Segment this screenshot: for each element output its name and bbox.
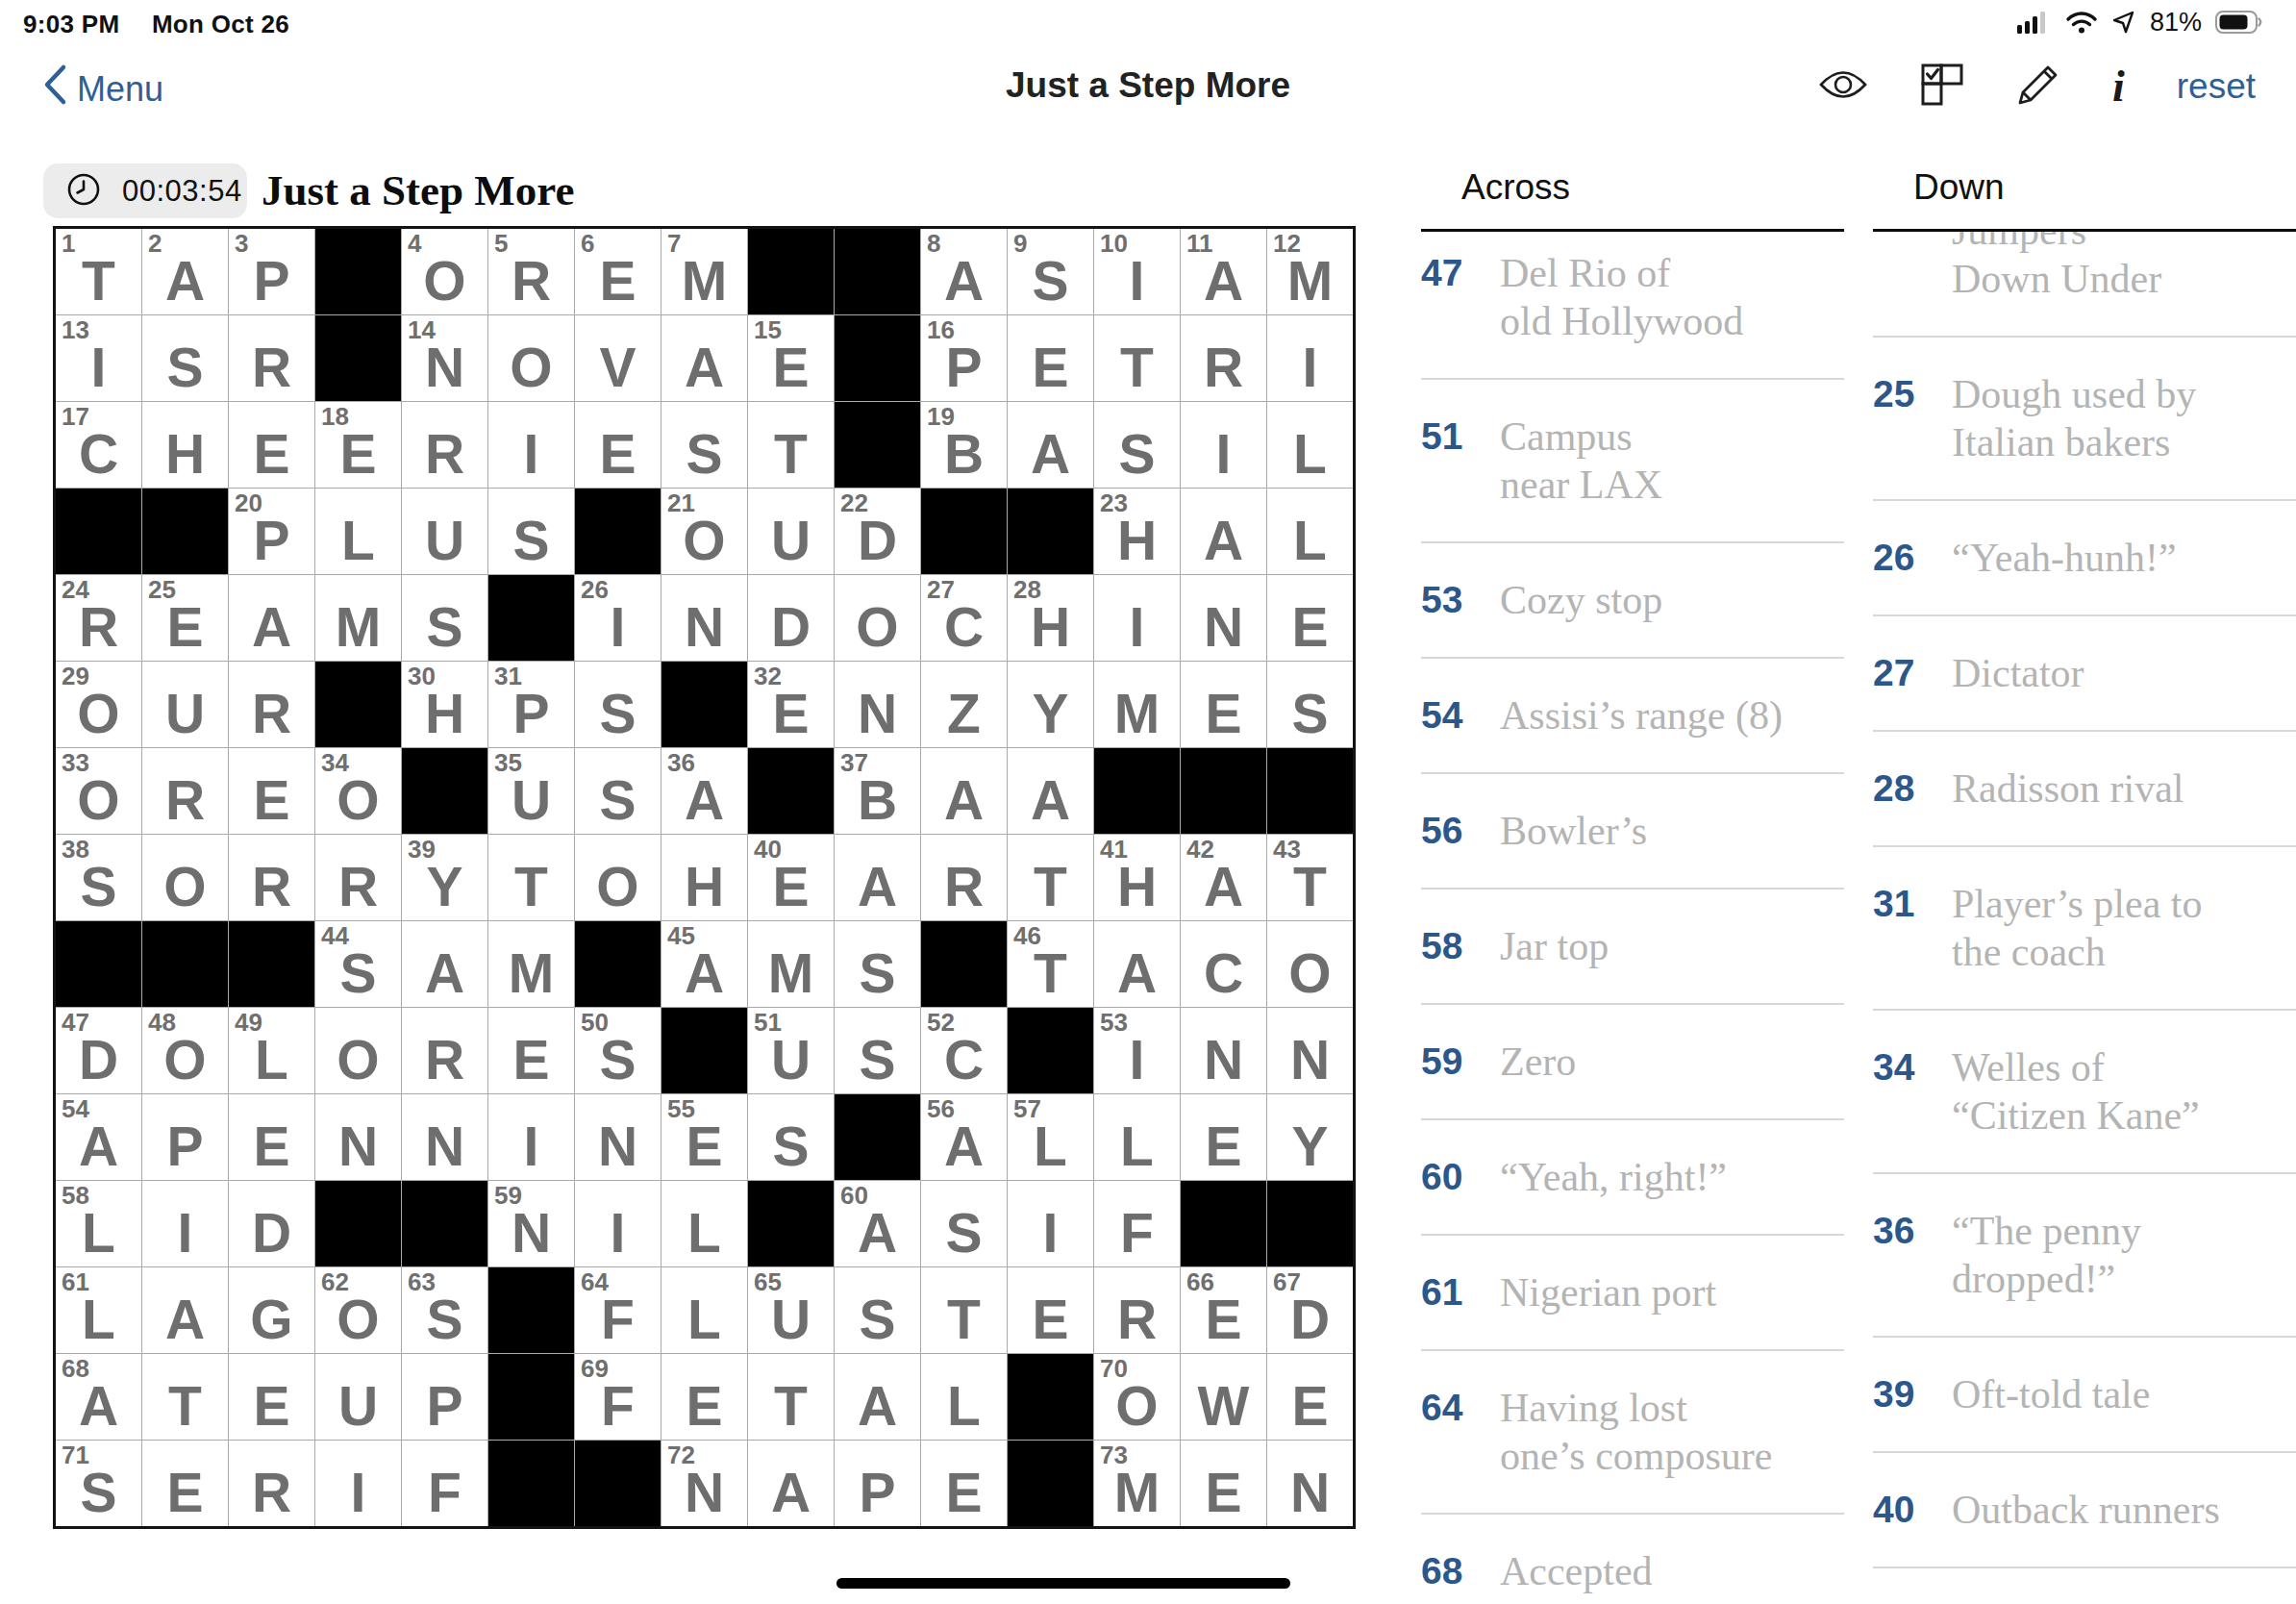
info-button[interactable]: i bbox=[2112, 64, 2125, 109]
grid-cell[interactable]: 10I bbox=[1094, 229, 1180, 314]
cell-letter: I bbox=[1094, 1031, 1180, 1089]
check-button[interactable] bbox=[1920, 63, 1964, 111]
grid-cell[interactable]: C bbox=[1181, 921, 1266, 1007]
grid-cell[interactable]: V bbox=[575, 315, 661, 401]
grid-cell[interactable]: 51U bbox=[748, 1008, 834, 1093]
grid-cell[interactable]: 36A bbox=[661, 748, 747, 834]
black-cell bbox=[748, 229, 834, 314]
grid-cell[interactable]: 30H bbox=[402, 662, 487, 747]
grid-cell[interactable]: 6E bbox=[575, 229, 661, 314]
black-cell bbox=[1008, 1354, 1093, 1440]
grid-cell[interactable]: S bbox=[1094, 402, 1180, 488]
grid-cell[interactable]: R bbox=[142, 748, 228, 834]
grid-cell[interactable]: M bbox=[748, 921, 834, 1007]
cell-letter: S bbox=[56, 858, 141, 915]
black-cell bbox=[575, 1441, 661, 1526]
grid-cell[interactable]: 73M bbox=[1094, 1441, 1180, 1526]
grid-cell[interactable]: A bbox=[661, 315, 747, 401]
grid-cell[interactable]: 66E bbox=[1181, 1267, 1266, 1353]
cell-letter: L bbox=[661, 1204, 747, 1262]
grid-cell[interactable]: 47D bbox=[56, 1008, 141, 1093]
grid-cell[interactable]: A bbox=[748, 1441, 834, 1526]
grid-cell[interactable]: T bbox=[921, 1267, 1007, 1353]
grid-cell[interactable]: A bbox=[1094, 921, 1180, 1007]
cell-letter: P bbox=[229, 252, 314, 310]
grid-cell[interactable]: 17C bbox=[56, 402, 141, 488]
grid-cell[interactable]: N bbox=[1267, 1441, 1353, 1526]
grid-cell[interactable]: 31P bbox=[488, 662, 574, 747]
grid-cell[interactable]: E bbox=[661, 1354, 747, 1440]
grid-cell[interactable]: 14N bbox=[402, 315, 487, 401]
black-cell bbox=[921, 489, 1007, 574]
grid-cell[interactable]: R bbox=[229, 315, 314, 401]
cell-letter: R bbox=[1094, 1291, 1180, 1348]
grid-cell[interactable]: R bbox=[921, 835, 1007, 920]
cell-letter: L bbox=[56, 1204, 141, 1262]
cell-letter: O bbox=[488, 338, 574, 396]
grid-cell[interactable]: Y bbox=[1267, 1094, 1353, 1180]
grid-cell[interactable]: 12M bbox=[1267, 229, 1353, 314]
grid-cell[interactable]: 20P bbox=[229, 489, 314, 574]
cell-letter: N bbox=[402, 1117, 487, 1175]
black-cell bbox=[835, 315, 920, 401]
clue-item[interactable]: 51Campusnear LAX bbox=[1421, 380, 1844, 543]
cell-letter: L bbox=[661, 1291, 747, 1348]
grid-cell[interactable]: R bbox=[229, 1441, 314, 1526]
grid-cell[interactable]: O bbox=[142, 835, 228, 920]
grid-cell[interactable]: 4O bbox=[402, 229, 487, 314]
timer-value: 00:03:54 bbox=[122, 174, 242, 209]
status-bar: 9:03 PM Mon Oct 26 81% bbox=[0, 0, 2296, 40]
clue-item[interactable]: 27Dictator bbox=[1873, 616, 2296, 732]
grid-cell[interactable]: 35U bbox=[488, 748, 574, 834]
clue-item[interactable]: 31Player’s plea tothe coach bbox=[1873, 847, 2296, 1011]
grid-cell[interactable]: 5R bbox=[488, 229, 574, 314]
cell-letter: U bbox=[748, 512, 834, 569]
reveal-button[interactable] bbox=[1818, 66, 1868, 107]
cell-letter: A bbox=[1181, 512, 1266, 569]
grid-cell[interactable]: 38S bbox=[56, 835, 141, 920]
clue-text: Del Rio ofold Hollywood bbox=[1500, 249, 1743, 345]
cell-letter: H bbox=[1008, 598, 1093, 656]
grid-cell[interactable]: L bbox=[315, 489, 401, 574]
grid-cell[interactable]: 1T bbox=[56, 229, 141, 314]
wifi-icon bbox=[2065, 10, 2098, 35]
grid-cell[interactable]: D bbox=[229, 1181, 314, 1266]
grid-cell[interactable]: 33O bbox=[56, 748, 141, 834]
grid-cell[interactable]: U bbox=[748, 489, 834, 574]
clue-text: Bowler’s bbox=[1500, 807, 1647, 855]
grid-cell[interactable]: 29O bbox=[56, 662, 141, 747]
grid-cell[interactable]: E bbox=[229, 402, 314, 488]
grid-cell[interactable]: E bbox=[1267, 575, 1353, 661]
grid-cell[interactable]: R bbox=[1094, 1267, 1180, 1353]
grid-cell[interactable]: I bbox=[1267, 315, 1353, 401]
clue-item[interactable]: 68Accepted bbox=[1421, 1515, 1844, 1604]
grid-cell[interactable]: 52C bbox=[921, 1008, 1007, 1093]
clue-item[interactable]: JumpersDown Under bbox=[1873, 232, 2296, 338]
grid-cell[interactable]: R bbox=[402, 402, 487, 488]
grid-cell[interactable]: A bbox=[1008, 748, 1093, 834]
grid-cell[interactable]: P bbox=[835, 1441, 920, 1526]
cell-letter: P bbox=[835, 1464, 920, 1521]
grid-cell[interactable]: N bbox=[575, 1094, 661, 1180]
cell-letter: U bbox=[315, 1377, 401, 1435]
grid-cell[interactable]: D bbox=[748, 575, 834, 661]
grid-cell[interactable]: O bbox=[488, 315, 574, 401]
grid-cell[interactable]: 49L bbox=[229, 1008, 314, 1093]
grid-cell[interactable]: 68A bbox=[56, 1354, 141, 1440]
grid-cell[interactable]: 60A bbox=[835, 1181, 920, 1266]
grid-cell[interactable]: E bbox=[229, 748, 314, 834]
down-clue-list[interactable]: JumpersDown Under25Dough used byItalian … bbox=[1873, 232, 2296, 1604]
clue-item[interactable]: 34Welles of“Citizen Kane” bbox=[1873, 1011, 2296, 1174]
clue-item[interactable]: 53Cozy stop bbox=[1421, 543, 1844, 659]
grid-cell[interactable]: U bbox=[315, 1354, 401, 1440]
cell-letter: A bbox=[56, 1377, 141, 1435]
grid-cell[interactable]: E bbox=[229, 1094, 314, 1180]
grid-cell[interactable]: 3P bbox=[229, 229, 314, 314]
cell-letter: C bbox=[56, 425, 141, 483]
grid-cell[interactable]: 15E bbox=[748, 315, 834, 401]
clue-item[interactable]: 40Outback runners bbox=[1873, 1453, 2296, 1568]
cell-letter: D bbox=[1267, 1291, 1353, 1348]
cell-letter: R bbox=[402, 1031, 487, 1089]
cell-letter: A bbox=[835, 858, 920, 915]
grid-cell[interactable]: E bbox=[1008, 315, 1093, 401]
grid-cell[interactable]: 71S bbox=[56, 1441, 141, 1526]
grid-cell[interactable]: 28H bbox=[1008, 575, 1093, 661]
grid-cell[interactable]: N bbox=[661, 575, 747, 661]
grid-cell[interactable]: 62O bbox=[315, 1267, 401, 1353]
grid-cell[interactable]: T bbox=[488, 835, 574, 920]
clue-item[interactable]: 47Del Rio ofold Hollywood bbox=[1421, 232, 1844, 380]
grid-cell[interactable]: 54A bbox=[56, 1094, 141, 1180]
grid-cell[interactable]: 42A bbox=[1181, 835, 1266, 920]
grid-cell[interactable]: 37B bbox=[835, 748, 920, 834]
cell-letter: E bbox=[1181, 685, 1266, 742]
across-clue-list[interactable]: 47Del Rio ofold Hollywood51Campusnear LA… bbox=[1421, 232, 1844, 1604]
grid-cell[interactable]: O bbox=[315, 1008, 401, 1093]
grid-cell[interactable]: L bbox=[661, 1267, 747, 1353]
grid-cell[interactable]: S bbox=[1267, 662, 1353, 747]
black-cell bbox=[315, 1181, 401, 1266]
grid-cell[interactable]: E bbox=[921, 1441, 1007, 1526]
grid-cell[interactable]: S bbox=[661, 402, 747, 488]
grid-cell[interactable]: 26I bbox=[575, 575, 661, 661]
clue-item[interactable]: 64Having lostone’s composure bbox=[1421, 1351, 1844, 1515]
cell-letter: E bbox=[575, 425, 661, 483]
grid-cell[interactable]: O bbox=[1267, 921, 1353, 1007]
cell-letter: S bbox=[748, 1117, 834, 1175]
cell-letter: O bbox=[315, 771, 401, 829]
grid-cell[interactable]: U bbox=[402, 489, 487, 574]
grid-cell[interactable]: S bbox=[488, 489, 574, 574]
pencil-button[interactable] bbox=[2016, 63, 2060, 111]
grid-cell[interactable]: P bbox=[402, 1354, 487, 1440]
clue-number: 47 bbox=[1421, 249, 1500, 345]
grid-cell[interactable]: A bbox=[1181, 489, 1266, 574]
cell-letter: I bbox=[1267, 338, 1353, 396]
grid-cell[interactable]: R bbox=[229, 662, 314, 747]
grid-cell[interactable]: N bbox=[402, 1094, 487, 1180]
grid-cell[interactable]: 40E bbox=[748, 835, 834, 920]
grid-cell[interactable]: E bbox=[1008, 1267, 1093, 1353]
grid-cell[interactable]: R bbox=[402, 1008, 487, 1093]
grid-cell[interactable]: L bbox=[1267, 489, 1353, 574]
grid-cell[interactable]: S bbox=[402, 575, 487, 661]
cell-letter: O bbox=[1267, 944, 1353, 1002]
grid-cell[interactable]: E bbox=[575, 402, 661, 488]
clue-number: 60 bbox=[1421, 1153, 1500, 1201]
grid-cell[interactable]: F bbox=[1094, 1181, 1180, 1266]
grid-cell[interactable]: T bbox=[1008, 835, 1093, 920]
grid-cell[interactable]: 63S bbox=[402, 1267, 487, 1353]
grid-cell[interactable]: A bbox=[921, 748, 1007, 834]
grid-cell[interactable]: 50S bbox=[575, 1008, 661, 1093]
cell-letter: E bbox=[1181, 1291, 1266, 1348]
grid-cell[interactable]: T bbox=[1094, 315, 1180, 401]
cell-letter: S bbox=[575, 1031, 661, 1089]
grid-cell[interactable]: 25E bbox=[142, 575, 228, 661]
grid-cell[interactable]: A bbox=[142, 1267, 228, 1353]
grid-cell[interactable]: E bbox=[1267, 1354, 1353, 1440]
grid-cell[interactable]: I bbox=[1094, 575, 1180, 661]
grid-cell[interactable]: S bbox=[748, 1094, 834, 1180]
grid-cell[interactable]: 53I bbox=[1094, 1008, 1180, 1093]
grid-cell[interactable]: L bbox=[661, 1181, 747, 1266]
grid-cell[interactable]: U bbox=[142, 662, 228, 747]
grid-cell[interactable]: S bbox=[835, 1008, 920, 1093]
grid-cell[interactable]: A bbox=[835, 1354, 920, 1440]
black-cell bbox=[488, 575, 574, 661]
cell-letter: S bbox=[835, 944, 920, 1002]
grid-cell[interactable]: 32E bbox=[748, 662, 834, 747]
grid-cell[interactable]: W bbox=[1181, 1354, 1266, 1440]
grid-cell[interactable]: 44S bbox=[315, 921, 401, 1007]
grid-cell[interactable]: 8A bbox=[921, 229, 1007, 314]
grid-cell[interactable]: M bbox=[315, 575, 401, 661]
cell-letter: N bbox=[1181, 1031, 1266, 1089]
grid-cell[interactable]: P bbox=[142, 1094, 228, 1180]
cell-letter: E bbox=[229, 771, 314, 829]
grid-cell[interactable]: E bbox=[1181, 662, 1266, 747]
grid-cell[interactable]: 22D bbox=[835, 489, 920, 574]
clue-number: 58 bbox=[1421, 922, 1500, 970]
black-cell bbox=[1008, 489, 1093, 574]
grid-cell[interactable]: 55E bbox=[661, 1094, 747, 1180]
grid-cell[interactable]: O bbox=[575, 835, 661, 920]
clue-item[interactable]: 60“Yeah, right!” bbox=[1421, 1120, 1844, 1236]
grid-cell[interactable]: 16P bbox=[921, 315, 1007, 401]
grid-cell[interactable]: 46T bbox=[1008, 921, 1093, 1007]
clue-item[interactable]: 39Oft-told tale bbox=[1873, 1338, 2296, 1453]
cell-letter: E bbox=[661, 1377, 747, 1435]
clue-item[interactable]: 41Be a native of bbox=[1873, 1568, 2296, 1604]
grid-cell[interactable]: I bbox=[488, 402, 574, 488]
grid-cell[interactable]: E bbox=[142, 1441, 228, 1526]
black-cell bbox=[56, 921, 141, 1007]
grid-cell[interactable]: 65U bbox=[748, 1267, 834, 1353]
grid-cell[interactable]: E bbox=[229, 1354, 314, 1440]
black-cell bbox=[1181, 1181, 1266, 1266]
grid-cell[interactable]: S bbox=[921, 1181, 1007, 1266]
grid-cell[interactable]: 70O bbox=[1094, 1354, 1180, 1440]
grid-cell[interactable]: A bbox=[229, 575, 314, 661]
grid-cell[interactable]: 21O bbox=[661, 489, 747, 574]
clue-item[interactable]: 56Bowler’s bbox=[1421, 774, 1844, 890]
grid-cell[interactable]: I bbox=[1181, 402, 1266, 488]
cell-letter: S bbox=[488, 512, 574, 569]
grid-cell[interactable]: 69F bbox=[575, 1354, 661, 1440]
grid-cell[interactable]: 67D bbox=[1267, 1267, 1353, 1353]
grid-cell[interactable]: N bbox=[1181, 1008, 1266, 1093]
grid-cell[interactable]: 61L bbox=[56, 1267, 141, 1353]
grid-cell[interactable]: M bbox=[488, 921, 574, 1007]
black-cell bbox=[835, 402, 920, 488]
grid-cell[interactable]: 13I bbox=[56, 315, 141, 401]
clue-number: 61 bbox=[1421, 1268, 1500, 1316]
grid-cell[interactable]: 48O bbox=[142, 1008, 228, 1093]
grid-cell[interactable]: F bbox=[402, 1441, 487, 1526]
grid-cell[interactable]: 19B bbox=[921, 402, 1007, 488]
clue-item[interactable]: 54Assisi’s range (8) bbox=[1421, 659, 1844, 774]
cell-letter: N bbox=[1267, 1031, 1353, 1089]
grid-cell[interactable]: G bbox=[229, 1267, 314, 1353]
grid-cell[interactable]: 41H bbox=[1094, 835, 1180, 920]
cell-letter: F bbox=[575, 1377, 661, 1435]
cell-letter: M bbox=[1094, 685, 1180, 742]
cell-letter: C bbox=[921, 1031, 1007, 1089]
grid-cell[interactable]: 11A bbox=[1181, 229, 1266, 314]
grid-cell[interactable]: H bbox=[661, 835, 747, 920]
grid-cell[interactable]: I bbox=[575, 1181, 661, 1266]
grid-cell[interactable]: N bbox=[835, 662, 920, 747]
grid-cell[interactable]: 72N bbox=[661, 1441, 747, 1526]
cell-letter: U bbox=[142, 685, 228, 742]
grid-cell[interactable]: L bbox=[1094, 1094, 1180, 1180]
info-icon: i bbox=[2112, 64, 2125, 109]
grid-cell[interactable]: 34O bbox=[315, 748, 401, 834]
grid-cell[interactable]: 58L bbox=[56, 1181, 141, 1266]
grid-cell[interactable]: S bbox=[575, 748, 661, 834]
cell-letter: M bbox=[1267, 252, 1353, 310]
cell-letter: O bbox=[315, 1031, 401, 1089]
grid-cell[interactable]: E bbox=[1181, 1441, 1266, 1526]
clue-number bbox=[1873, 232, 1952, 303]
cell-letter: S bbox=[661, 425, 747, 483]
cell-letter: A bbox=[402, 944, 487, 1002]
grid-cell[interactable]: T bbox=[748, 1354, 834, 1440]
cell-letter: A bbox=[835, 1204, 920, 1262]
cell-letter: R bbox=[921, 858, 1007, 915]
clue-item[interactable]: 61Nigerian port bbox=[1421, 1236, 1844, 1351]
clue-item[interactable]: 26“Yeah-hunh!” bbox=[1873, 501, 2296, 616]
grid-cell[interactable]: R bbox=[1181, 315, 1266, 401]
grid-cell[interactable]: N bbox=[1181, 575, 1266, 661]
grid-cell[interactable]: S bbox=[142, 315, 228, 401]
grid-cell[interactable]: 23H bbox=[1094, 489, 1180, 574]
grid-cell[interactable]: S bbox=[575, 662, 661, 747]
clue-text: Welles of“Citizen Kane” bbox=[1952, 1043, 2200, 1140]
clue-item[interactable]: 28Radisson rival bbox=[1873, 732, 2296, 847]
grid-cell[interactable]: Y bbox=[1008, 662, 1093, 747]
cell-letter: M bbox=[748, 944, 834, 1002]
cell-letter: O bbox=[142, 1031, 228, 1089]
grid-cell[interactable]: 57L bbox=[1008, 1094, 1093, 1180]
grid-cell[interactable]: I bbox=[488, 1094, 574, 1180]
grid-cell[interactable]: E bbox=[488, 1008, 574, 1093]
grid-cell[interactable]: 43T bbox=[1267, 835, 1353, 920]
grid-cell[interactable]: I bbox=[315, 1441, 401, 1526]
grid-cell[interactable]: 7M bbox=[661, 229, 747, 314]
grid-cell[interactable]: S bbox=[835, 921, 920, 1007]
grid-cell[interactable]: N bbox=[1267, 1008, 1353, 1093]
grid-cell[interactable]: I bbox=[1008, 1181, 1093, 1266]
cell-letter: I bbox=[575, 1204, 661, 1262]
clue-item[interactable]: 25Dough used byItalian bakers bbox=[1873, 338, 2296, 501]
grid-cell[interactable]: T bbox=[142, 1354, 228, 1440]
timer-pill[interactable]: 00:03:54 bbox=[43, 163, 247, 218]
grid-cell[interactable]: N bbox=[315, 1094, 401, 1180]
grid-cell[interactable]: 39Y bbox=[402, 835, 487, 920]
grid-cell[interactable]: A bbox=[402, 921, 487, 1007]
clue-text: “The pennydropped!” bbox=[1952, 1207, 2141, 1303]
grid-cell[interactable]: L bbox=[921, 1354, 1007, 1440]
grid-cell[interactable]: 24R bbox=[56, 575, 141, 661]
grid-cell[interactable]: O bbox=[835, 575, 920, 661]
grid-cell[interactable]: 9S bbox=[1008, 229, 1093, 314]
grid-cell[interactable]: R bbox=[229, 835, 314, 920]
grid-cell[interactable]: E bbox=[1181, 1094, 1266, 1180]
grid-cell[interactable]: A bbox=[1008, 402, 1093, 488]
clue-item[interactable]: 58Jar top bbox=[1421, 890, 1844, 1005]
black-cell bbox=[56, 489, 141, 574]
grid-cell[interactable]: S bbox=[835, 1267, 920, 1353]
grid-cell[interactable]: Z bbox=[921, 662, 1007, 747]
grid-cell[interactable]: 64F bbox=[575, 1267, 661, 1353]
black-cell bbox=[315, 315, 401, 401]
black-cell bbox=[661, 1008, 747, 1093]
grid-cell[interactable]: 2A bbox=[142, 229, 228, 314]
grid-cell[interactable]: T bbox=[748, 402, 834, 488]
grid-cell[interactable]: A bbox=[835, 835, 920, 920]
cell-letter: A bbox=[921, 1117, 1007, 1175]
grid-cell[interactable]: R bbox=[315, 835, 401, 920]
reset-button[interactable]: reset bbox=[2177, 66, 2256, 107]
cell-letter: N bbox=[835, 685, 920, 742]
cell-letter: I bbox=[1094, 598, 1180, 656]
clue-number: 27 bbox=[1873, 649, 1952, 697]
cell-letter: T bbox=[1267, 858, 1353, 915]
home-indicator[interactable] bbox=[836, 1578, 1290, 1589]
grid-cell[interactable]: 18E bbox=[315, 402, 401, 488]
grid-cell[interactable]: I bbox=[142, 1181, 228, 1266]
cell-letter: R bbox=[56, 598, 141, 656]
clue-item[interactable]: 59Zero bbox=[1421, 1005, 1844, 1120]
grid-cell[interactable]: H bbox=[142, 402, 228, 488]
grid-cell[interactable]: 27C bbox=[921, 575, 1007, 661]
cell-letter: O bbox=[402, 252, 487, 310]
grid-cell[interactable]: M bbox=[1094, 662, 1180, 747]
grid-cell[interactable]: 45A bbox=[661, 921, 747, 1007]
clue-item[interactable]: 36“The pennydropped!” bbox=[1873, 1174, 2296, 1338]
cell-letter: I bbox=[575, 598, 661, 656]
grid-cell[interactable]: L bbox=[1267, 402, 1353, 488]
grid-cell[interactable]: 59N bbox=[488, 1181, 574, 1266]
cell-letter: A bbox=[142, 1291, 228, 1348]
grid-cell[interactable]: 56A bbox=[921, 1094, 1007, 1180]
